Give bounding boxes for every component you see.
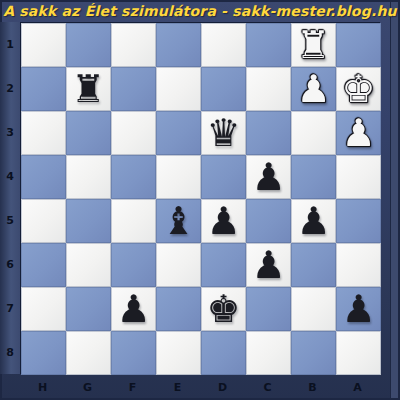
square-d7[interactable]: ♚ [201, 287, 246, 331]
square-f2[interactable] [111, 67, 156, 111]
square-e1[interactable] [156, 23, 201, 67]
file-label-a: A [335, 374, 380, 398]
square-b4[interactable] [291, 155, 336, 199]
square-h8[interactable] [21, 331, 66, 375]
square-g7[interactable] [66, 287, 111, 331]
rank-label-7: 7 [0, 286, 20, 330]
file-label-d: D [200, 374, 245, 398]
square-h4[interactable] [21, 155, 66, 199]
square-b3[interactable] [291, 111, 336, 155]
square-e5[interactable]: ♝ [156, 199, 201, 243]
square-d4[interactable] [201, 155, 246, 199]
square-g1[interactable] [66, 23, 111, 67]
square-d1[interactable] [201, 23, 246, 67]
file-label-e: E [155, 374, 200, 398]
square-a3[interactable]: ♟ [336, 111, 381, 155]
square-e7[interactable] [156, 287, 201, 331]
black-rook[interactable]: ♜ [71, 67, 105, 111]
white-pawn[interactable]: ♟ [296, 67, 330, 111]
black-pawn[interactable]: ♟ [116, 287, 150, 331]
square-b2[interactable]: ♟ [291, 67, 336, 111]
rank-label-2: 2 [0, 66, 20, 110]
square-g4[interactable] [66, 155, 111, 199]
square-g8[interactable] [66, 331, 111, 375]
square-b8[interactable] [291, 331, 336, 375]
square-g2[interactable]: ♜ [66, 67, 111, 111]
rank-label-6: 6 [0, 242, 20, 286]
chess-app-window: A sakk az Élet szimulátora - sakk-mester… [0, 0, 400, 400]
square-g6[interactable] [66, 243, 111, 287]
square-f3[interactable] [111, 111, 156, 155]
square-h3[interactable] [21, 111, 66, 155]
rank-label-5: 5 [0, 198, 20, 242]
square-c6[interactable]: ♟ [246, 243, 291, 287]
square-c7[interactable] [246, 287, 291, 331]
square-d2[interactable] [201, 67, 246, 111]
square-e2[interactable] [156, 67, 201, 111]
square-b5[interactable]: ♟ [291, 199, 336, 243]
file-coordinates: HGFEDCBA [20, 374, 380, 398]
square-d3[interactable]: ♛ [201, 111, 246, 155]
square-a7[interactable]: ♟ [336, 287, 381, 331]
square-b7[interactable] [291, 287, 336, 331]
square-g5[interactable] [66, 199, 111, 243]
square-c5[interactable] [246, 199, 291, 243]
square-c4[interactable]: ♟ [246, 155, 291, 199]
square-c2[interactable] [246, 67, 291, 111]
file-label-b: B [290, 374, 335, 398]
rank-label-4: 4 [0, 154, 20, 198]
square-f6[interactable] [111, 243, 156, 287]
square-a8[interactable] [336, 331, 381, 375]
chess-board: ♜♜♟♚♛♟♟♝♟♟♟♟♚♟ [20, 22, 380, 374]
page-title: A sakk az Élet szimulátora - sakk-mester… [0, 0, 400, 22]
square-a6[interactable] [336, 243, 381, 287]
square-d8[interactable] [201, 331, 246, 375]
rank-label-8: 8 [0, 330, 20, 374]
file-label-c: C [245, 374, 290, 398]
chess-board-area: 12345678 ♜♜♟♚♛♟♟♝♟♟♟♟♚♟ HGFEDCBA [0, 22, 380, 398]
black-pawn[interactable]: ♟ [251, 155, 285, 199]
black-queen[interactable]: ♛ [206, 111, 240, 155]
square-g3[interactable] [66, 111, 111, 155]
square-e8[interactable] [156, 331, 201, 375]
square-e3[interactable] [156, 111, 201, 155]
square-a2[interactable]: ♚ [336, 67, 381, 111]
square-f5[interactable] [111, 199, 156, 243]
square-h7[interactable] [21, 287, 66, 331]
rank-label-1: 1 [0, 22, 20, 66]
square-a5[interactable] [336, 199, 381, 243]
square-e6[interactable] [156, 243, 201, 287]
square-h2[interactable] [21, 67, 66, 111]
black-pawn[interactable]: ♟ [341, 287, 375, 331]
black-king[interactable]: ♚ [206, 287, 240, 331]
square-f8[interactable] [111, 331, 156, 375]
square-h5[interactable] [21, 199, 66, 243]
square-c1[interactable] [246, 23, 291, 67]
square-b1[interactable]: ♜ [291, 23, 336, 67]
black-pawn[interactable]: ♟ [296, 199, 330, 243]
square-c3[interactable] [246, 111, 291, 155]
square-h1[interactable] [21, 23, 66, 67]
square-e4[interactable] [156, 155, 201, 199]
square-d5[interactable]: ♟ [201, 199, 246, 243]
square-f4[interactable] [111, 155, 156, 199]
rank-coordinates: 12345678 [0, 22, 20, 374]
white-king[interactable]: ♚ [341, 67, 375, 111]
square-a1[interactable] [336, 23, 381, 67]
file-label-h: H [20, 374, 65, 398]
square-a4[interactable] [336, 155, 381, 199]
black-bishop[interactable]: ♝ [161, 199, 195, 243]
file-label-g: G [65, 374, 110, 398]
black-pawn[interactable]: ♟ [251, 243, 285, 287]
square-f7[interactable]: ♟ [111, 287, 156, 331]
white-pawn[interactable]: ♟ [341, 111, 375, 155]
rank-label-3: 3 [0, 110, 20, 154]
square-h6[interactable] [21, 243, 66, 287]
black-pawn[interactable]: ♟ [206, 199, 240, 243]
square-b6[interactable] [291, 243, 336, 287]
square-c8[interactable] [246, 331, 291, 375]
square-d6[interactable] [201, 243, 246, 287]
file-label-f: F [110, 374, 155, 398]
white-rook[interactable]: ♜ [296, 23, 330, 67]
square-f1[interactable] [111, 23, 156, 67]
